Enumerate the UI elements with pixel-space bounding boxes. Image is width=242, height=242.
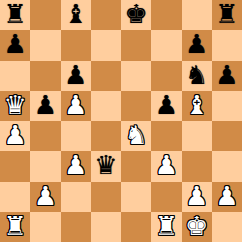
black-queen-icon: ♛ — [94, 152, 117, 178]
square-f5[interactable]: ♟ — [151, 91, 181, 121]
square-g4[interactable] — [182, 121, 212, 151]
square-d3[interactable]: ♛ — [91, 151, 121, 181]
square-g1[interactable]: ♚ — [182, 212, 212, 242]
black-rook-icon: ♜ — [3, 1, 26, 27]
square-h2[interactable]: ♟ — [212, 182, 242, 212]
black-pawn-icon: ♟ — [3, 31, 26, 57]
square-h6[interactable]: ♟ — [212, 61, 242, 91]
square-b5[interactable]: ♟ — [30, 91, 60, 121]
white-pawn-icon: ♟ — [3, 122, 26, 148]
square-h4[interactable] — [212, 121, 242, 151]
square-e2[interactable] — [121, 182, 151, 212]
square-a3[interactable] — [0, 151, 30, 181]
black-pawn-icon: ♟ — [34, 92, 57, 118]
square-e6[interactable] — [121, 61, 151, 91]
square-h7[interactable] — [212, 30, 242, 60]
square-b8[interactable] — [30, 0, 60, 30]
white-rook-icon: ♜ — [3, 213, 26, 239]
square-g7[interactable]: ♟ — [182, 30, 212, 60]
square-h1[interactable] — [212, 212, 242, 242]
square-a6[interactable] — [0, 61, 30, 91]
square-d2[interactable] — [91, 182, 121, 212]
black-king-icon: ♚ — [124, 1, 147, 27]
black-pawn-icon: ♟ — [185, 31, 208, 57]
white-pawn-icon: ♟ — [34, 183, 57, 209]
square-b7[interactable] — [30, 30, 60, 60]
white-rook-icon: ♜ — [155, 213, 178, 239]
square-b1[interactable] — [30, 212, 60, 242]
white-knight-icon: ♞ — [124, 122, 147, 148]
square-d6[interactable] — [91, 61, 121, 91]
square-f4[interactable] — [151, 121, 181, 151]
square-c6[interactable]: ♟ — [61, 61, 91, 91]
square-d8[interactable] — [91, 0, 121, 30]
square-h3[interactable] — [212, 151, 242, 181]
square-b3[interactable] — [30, 151, 60, 181]
square-c1[interactable] — [61, 212, 91, 242]
square-b4[interactable] — [30, 121, 60, 151]
square-a2[interactable] — [0, 182, 30, 212]
square-d1[interactable] — [91, 212, 121, 242]
square-e3[interactable] — [121, 151, 151, 181]
square-e8[interactable]: ♚ — [121, 0, 151, 30]
square-g3[interactable] — [182, 151, 212, 181]
square-a5[interactable]: ♛ — [0, 91, 30, 121]
square-g6[interactable]: ♞ — [182, 61, 212, 91]
square-a1[interactable]: ♜ — [0, 212, 30, 242]
black-pawn-icon: ♟ — [155, 92, 178, 118]
square-e5[interactable] — [121, 91, 151, 121]
black-bishop-icon: ♝ — [64, 1, 87, 27]
square-a7[interactable]: ♟ — [0, 30, 30, 60]
black-pawn-icon: ♟ — [215, 62, 238, 88]
square-b2[interactable]: ♟ — [30, 182, 60, 212]
black-rook-icon: ♜ — [215, 1, 238, 27]
square-a8[interactable]: ♜ — [0, 0, 30, 30]
square-f7[interactable] — [151, 30, 181, 60]
white-pawn-icon: ♟ — [155, 152, 178, 178]
chess-board: ♜♝♚♜♟♟♟♞♟♛♟♟♟♝♟♞♟♛♟♟♟♟♜♜♚ — [0, 0, 242, 242]
square-c8[interactable]: ♝ — [61, 0, 91, 30]
square-b6[interactable] — [30, 61, 60, 91]
white-pawn-icon: ♟ — [64, 92, 87, 118]
square-d4[interactable] — [91, 121, 121, 151]
square-h5[interactable] — [212, 91, 242, 121]
square-e1[interactable] — [121, 212, 151, 242]
square-d5[interactable] — [91, 91, 121, 121]
square-e7[interactable] — [121, 30, 151, 60]
black-pawn-icon: ♟ — [64, 62, 87, 88]
white-king-icon: ♚ — [185, 213, 208, 239]
square-f8[interactable] — [151, 0, 181, 30]
square-g2[interactable]: ♟ — [182, 182, 212, 212]
square-h8[interactable]: ♜ — [212, 0, 242, 30]
square-c2[interactable] — [61, 182, 91, 212]
square-f2[interactable] — [151, 182, 181, 212]
square-e4[interactable]: ♞ — [121, 121, 151, 151]
square-f3[interactable]: ♟ — [151, 151, 181, 181]
square-g5[interactable]: ♝ — [182, 91, 212, 121]
black-knight-icon: ♞ — [185, 62, 208, 88]
square-c5[interactable]: ♟ — [61, 91, 91, 121]
white-pawn-icon: ♟ — [215, 183, 238, 209]
square-d7[interactable] — [91, 30, 121, 60]
square-f1[interactable]: ♜ — [151, 212, 181, 242]
square-a4[interactable]: ♟ — [0, 121, 30, 151]
white-queen-icon: ♛ — [3, 92, 26, 118]
white-bishop-icon: ♝ — [185, 92, 208, 118]
square-g8[interactable] — [182, 0, 212, 30]
square-c3[interactable]: ♟ — [61, 151, 91, 181]
white-pawn-icon: ♟ — [185, 183, 208, 209]
square-c7[interactable] — [61, 30, 91, 60]
white-pawn-icon: ♟ — [64, 152, 87, 178]
square-c4[interactable] — [61, 121, 91, 151]
square-f6[interactable] — [151, 61, 181, 91]
